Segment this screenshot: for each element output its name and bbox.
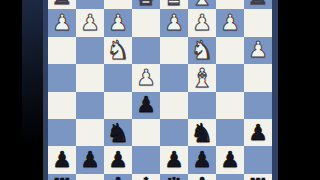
square-a5[interactable] [244,92,272,119]
left-letterbox-vignette [22,0,44,170]
piece-black-pawn-d7: ♟ [164,149,184,171]
square-e6[interactable] [132,119,160,146]
piece-black-pawn-g7: ♟ [80,149,100,171]
square-c1[interactable]: ♝ [188,0,216,9]
square-b8[interactable] [216,174,244,180]
square-a2[interactable] [244,9,272,36]
square-b1[interactable] [216,0,244,9]
square-b6[interactable] [216,119,244,146]
square-e4[interactable]: ♟ [132,64,160,91]
piece-black-bishop-f8: ♝ [106,174,129,180]
square-f1[interactable] [104,0,132,9]
square-a6[interactable]: ♟ [244,119,272,146]
piece-white-pawn-b2: ♟ [220,12,240,34]
piece-black-knight-c6: ♞ [190,120,213,146]
piece-white-pawn-e4: ♟ [136,67,156,89]
square-h6[interactable] [48,119,76,146]
piece-black-pawn-f7: ♟ [108,149,128,171]
square-d7[interactable]: ♟ [160,146,188,173]
piece-white-pawn-g2: ♟ [80,12,100,34]
piece-white-pawn-a3: ♟ [248,39,268,61]
piece-white-pawn-c2: ♟ [192,12,212,34]
square-g8[interactable] [76,174,104,180]
square-g3[interactable] [76,37,104,64]
chess-board[interactable]: ♜♚♛♝♜♟♟♟♟♟♟♞♞♟♟♝♟♞♞♟♟♟♟♟♟♟♜♝♚♛♝♜ [48,0,272,180]
square-a4[interactable] [244,64,272,91]
piece-white-king-e1: ♚ [134,0,157,9]
square-c3[interactable]: ♞ [188,37,216,64]
square-h8[interactable]: ♜ [48,174,76,180]
piece-white-bishop-c4: ♝ [190,65,213,91]
square-h2[interactable]: ♟ [48,9,76,36]
square-g7[interactable]: ♟ [76,146,104,173]
square-b4[interactable] [216,64,244,91]
square-c4[interactable]: ♝ [188,64,216,91]
piece-black-pawn-a6: ♟ [248,122,268,144]
piece-white-pawn-d2: ♟ [164,12,184,34]
piece-black-king-e8: ♚ [134,174,157,180]
piece-black-pawn-b7: ♟ [220,149,240,171]
square-c5[interactable] [188,92,216,119]
piece-white-knight-c3: ♞ [190,37,213,63]
square-g4[interactable] [76,64,104,91]
square-d8[interactable]: ♛ [160,174,188,180]
square-h5[interactable] [48,92,76,119]
square-c6[interactable]: ♞ [188,119,216,146]
square-c2[interactable]: ♟ [188,9,216,36]
square-g2[interactable]: ♟ [76,9,104,36]
piece-white-rook-a1: ♜ [247,0,269,8]
square-a3[interactable]: ♟ [244,37,272,64]
square-f8[interactable]: ♝ [104,174,132,180]
square-h3[interactable] [48,37,76,64]
piece-black-rook-a8: ♜ [247,175,269,180]
square-f2[interactable]: ♟ [104,9,132,36]
piece-black-rook-h8: ♜ [51,175,73,180]
square-f5[interactable] [104,92,132,119]
piece-white-rook-h1: ♜ [51,0,73,8]
square-c7[interactable]: ♟ [188,146,216,173]
square-b7[interactable]: ♟ [216,146,244,173]
piece-black-queen-d8: ♛ [162,174,185,180]
square-e5[interactable]: ♟ [132,92,160,119]
square-d2[interactable]: ♟ [160,9,188,36]
piece-white-bishop-c1: ♝ [190,0,213,9]
piece-white-pawn-f2: ♟ [108,12,128,34]
square-f6[interactable]: ♞ [104,119,132,146]
square-d5[interactable] [160,92,188,119]
piece-black-pawn-e5: ♟ [136,94,156,116]
square-a1[interactable]: ♜ [244,0,272,9]
square-d1[interactable]: ♛ [160,0,188,9]
piece-black-pawn-h7: ♟ [52,149,72,171]
square-f3[interactable]: ♞ [104,37,132,64]
square-d4[interactable] [160,64,188,91]
square-a7[interactable] [244,146,272,173]
square-d6[interactable] [160,119,188,146]
piece-white-pawn-h2: ♟ [52,12,72,34]
square-e1[interactable]: ♚ [132,0,160,9]
square-b3[interactable] [216,37,244,64]
square-b2[interactable]: ♟ [216,9,244,36]
square-c8[interactable]: ♝ [188,174,216,180]
square-h4[interactable] [48,64,76,91]
square-g5[interactable] [76,92,104,119]
square-b5[interactable] [216,92,244,119]
square-e2[interactable] [132,9,160,36]
square-d3[interactable] [160,37,188,64]
piece-white-queen-d1: ♛ [162,0,185,9]
square-h7[interactable]: ♟ [48,146,76,173]
square-f4[interactable] [104,64,132,91]
square-f7[interactable]: ♟ [104,146,132,173]
piece-black-pawn-c7: ♟ [192,149,212,171]
piece-black-knight-f6: ♞ [106,120,129,146]
square-e7[interactable] [132,146,160,173]
video-frame: ♜♚♛♝♜♟♟♟♟♟♟♞♞♟♟♝♟♞♞♟♟♟♟♟♟♟♜♝♚♛♝♜ [0,0,320,180]
piece-black-bishop-c8: ♝ [190,174,213,180]
square-e3[interactable] [132,37,160,64]
piece-white-knight-f3: ♞ [106,37,129,63]
square-g1[interactable] [76,0,104,9]
square-e8[interactable]: ♚ [132,174,160,180]
board-border-right [272,0,278,180]
square-a8[interactable]: ♜ [244,174,272,180]
square-h1[interactable]: ♜ [48,0,76,9]
square-g6[interactable] [76,119,104,146]
